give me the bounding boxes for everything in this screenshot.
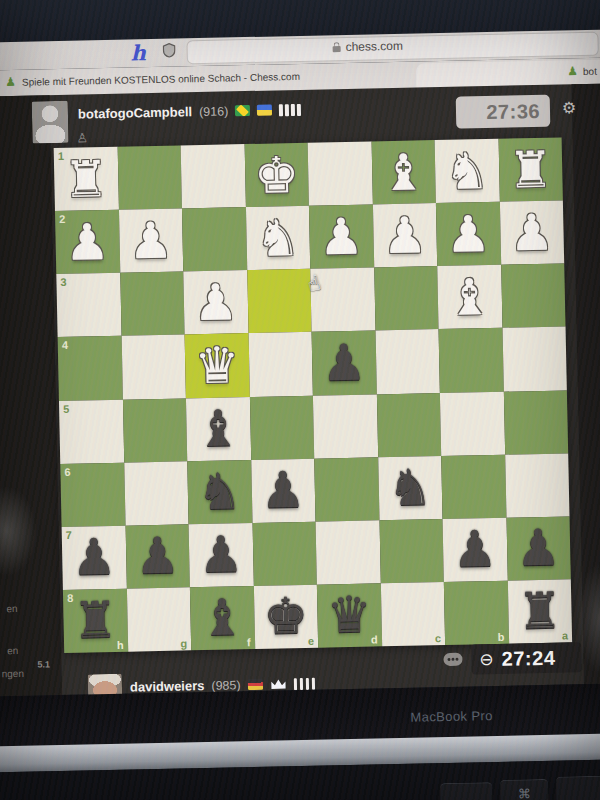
square-c4[interactable]: [375, 329, 440, 393]
shield-icon[interactable]: [162, 43, 175, 62]
square-a2[interactable]: ♟: [499, 201, 564, 265]
rank-label: 5: [63, 402, 69, 414]
black-pawn[interactable]: ♟: [506, 516, 571, 580]
gear-icon[interactable]: ⚙: [562, 98, 577, 117]
top-player-rating: (916): [199, 104, 228, 119]
square-h5[interactable]: 5: [59, 399, 124, 463]
germany-flag-icon: [247, 679, 262, 690]
square-c7[interactable]: [379, 519, 444, 583]
square-g1[interactable]: [117, 145, 182, 209]
square-f2[interactable]: [182, 207, 247, 271]
square-e2[interactable]: ♞: [245, 206, 310, 270]
chess-board: 1♜♚♝♞♜2♟♟♞♟♟♟♟3♟♝4♛♟5♝6♞♟♞7♟♟♟♟♟8h♜gf♝e♚…: [54, 137, 572, 653]
square-c1[interactable]: ♝: [371, 140, 436, 204]
square-g3[interactable]: [120, 272, 185, 336]
white-pawn[interactable]: ♟: [118, 209, 183, 273]
square-b1[interactable]: ♞: [435, 139, 500, 203]
tab-second-content[interactable]: ♟ bot: [567, 65, 597, 78]
square-g6[interactable]: [124, 461, 189, 525]
square-e4[interactable]: [248, 332, 313, 396]
rank-label: 4: [62, 339, 68, 351]
square-f5[interactable]: ♝: [186, 397, 251, 461]
macbook-label: MacBook Pro: [387, 708, 517, 726]
square-h2[interactable]: 2♟: [55, 210, 120, 274]
white-pawn[interactable]: ♟: [499, 201, 564, 265]
square-a4[interactable]: [502, 327, 567, 391]
black-rook[interactable]: ♜: [63, 589, 128, 653]
chess-pawn-favicon: ♟: [567, 65, 578, 77]
square-d2[interactable]: ♟: [309, 205, 374, 269]
square-f4[interactable]: ♛: [185, 333, 250, 397]
square-a1[interactable]: ♜: [498, 137, 563, 201]
brazil-flag-icon: [235, 105, 250, 116]
white-pawn[interactable]: ♟: [183, 270, 248, 334]
square-e5[interactable]: [249, 395, 314, 459]
black-knight[interactable]: ♞: [187, 460, 252, 524]
square-h1[interactable]: 1♜: [54, 147, 119, 211]
square-g2[interactable]: ♟: [118, 209, 183, 273]
file-label: b: [498, 631, 505, 643]
rank-label: 6: [64, 465, 70, 477]
white-pawn-indicator-icon: ♙: [76, 130, 88, 145]
keyboard-key: [440, 782, 493, 800]
square-d5[interactable]: [313, 394, 378, 458]
black-bishop[interactable]: ♝: [190, 586, 255, 650]
crown-icon: [269, 678, 286, 690]
square-d4[interactable]: ♟: [312, 331, 377, 395]
sidebar-item-fragment[interactable]: en: [6, 603, 17, 614]
black-pawn[interactable]: ♟: [251, 458, 316, 522]
white-pawn[interactable]: ♟: [55, 210, 120, 274]
square-h7[interactable]: 7♟: [62, 525, 127, 589]
minus-circle-icon[interactable]: ⊖: [479, 651, 494, 668]
square-e1[interactable]: ♚: [244, 143, 309, 207]
white-bishop[interactable]: ♝: [371, 140, 436, 204]
file-label: g: [180, 637, 187, 649]
black-pawn[interactable]: ♟: [443, 517, 508, 581]
black-knight[interactable]: ♞: [378, 456, 443, 520]
extension-h-icon[interactable]: h: [130, 40, 146, 65]
sidebar-item-fragment[interactable]: en: [7, 645, 18, 656]
tab2-title: bot: [583, 65, 597, 76]
top-player-clock: 27:36: [456, 95, 551, 129]
square-a7[interactable]: ♟: [506, 516, 571, 580]
square-f8[interactable]: f♝: [190, 586, 255, 650]
black-pawn[interactable]: ♟: [125, 524, 190, 588]
square-g7[interactable]: ♟: [125, 524, 190, 588]
black-queen[interactable]: ♛: [317, 583, 382, 647]
black-pawn[interactable]: ♟: [62, 525, 127, 589]
square-d1[interactable]: [308, 141, 373, 205]
square-e8[interactable]: e♚: [253, 585, 318, 649]
chess-pawn-favicon: ♟: [5, 76, 16, 88]
square-a6[interactable]: [505, 453, 570, 517]
square-f7[interactable]: ♟: [189, 523, 254, 587]
square-d6[interactable]: [314, 457, 379, 521]
white-bishop[interactable]: ♝: [437, 265, 502, 329]
url-text: chess.com: [345, 39, 403, 54]
square-f3[interactable]: ♟: [183, 270, 248, 334]
square-b7[interactable]: ♟: [443, 517, 508, 581]
square-f6[interactable]: ♞: [187, 460, 252, 524]
square-b6[interactable]: [441, 454, 506, 518]
square-b5[interactable]: [440, 391, 505, 455]
avatar-top-player[interactable]: [32, 101, 69, 144]
square-d7[interactable]: [316, 520, 381, 584]
rank-label: 3: [60, 276, 66, 288]
square-h3[interactable]: 3: [56, 273, 121, 337]
square-b8[interactable]: b: [444, 581, 509, 645]
square-b4[interactable]: [439, 328, 504, 392]
square-c3[interactable]: [374, 266, 439, 330]
file-label: c: [435, 632, 441, 644]
black-rook[interactable]: ♜: [507, 579, 572, 643]
white-pawn[interactable]: ♟: [309, 205, 374, 269]
square-c2[interactable]: ♟: [372, 203, 437, 267]
square-c8[interactable]: c: [380, 582, 445, 646]
square-e3[interactable]: [247, 269, 312, 333]
square-h4[interactable]: 4: [58, 336, 123, 400]
top-player-name[interactable]: botafogoCampbell: [78, 104, 192, 121]
connection-bars-icon: [293, 677, 315, 689]
sidebar-item-fragment[interactable]: ngen: [2, 668, 24, 679]
move-indicator: 5.1: [37, 659, 50, 669]
white-king[interactable]: ♚: [244, 143, 309, 207]
white-pawn[interactable]: ♟: [372, 203, 437, 267]
square-h8[interactable]: 8h♜: [63, 589, 128, 653]
square-c5[interactable]: [376, 393, 441, 457]
square-a8[interactable]: a♜: [507, 579, 572, 643]
square-e7[interactable]: [252, 521, 317, 585]
black-pawn[interactable]: ♟: [312, 331, 377, 395]
square-c6[interactable]: ♞: [378, 456, 443, 520]
black-king[interactable]: ♚: [253, 585, 318, 649]
white-knight[interactable]: ♞: [245, 206, 310, 270]
lock-icon: [333, 46, 341, 52]
square-b2[interactable]: ♟: [436, 202, 501, 266]
square-d3[interactable]: [310, 268, 375, 332]
ukraine-flag-icon: [257, 105, 272, 116]
url-content: chess.com: [332, 39, 403, 54]
chat-bubble-icon[interactable]: [443, 653, 462, 666]
square-a3[interactable]: [501, 264, 566, 328]
white-rook[interactable]: ♜: [498, 137, 563, 201]
square-g4[interactable]: [121, 335, 186, 399]
screen-tilt-wrapper: h chess.com ♟ Spiele mit Freunden KOSTEN…: [0, 0, 600, 800]
square-e6[interactable]: ♟: [251, 458, 316, 522]
square-h6[interactable]: 6: [60, 462, 125, 526]
square-g8[interactable]: g: [126, 587, 191, 651]
square-f1[interactable]: [181, 144, 246, 208]
white-rook[interactable]: ♜: [54, 147, 119, 211]
bottom-clock-panel: ⊖ 27:24: [471, 642, 582, 674]
keyboard-key: [556, 776, 600, 800]
square-g5[interactable]: [122, 398, 187, 462]
bottom-player-clock: 27:24: [501, 646, 555, 670]
white-knight[interactable]: ♞: [435, 139, 500, 203]
keyboard-key: ⌘: [500, 779, 549, 800]
photo-frame: h chess.com ♟ Spiele mit Freunden KOSTEN…: [0, 0, 600, 800]
white-queen[interactable]: ♛: [185, 333, 250, 397]
bottom-player-rating: (985): [211, 678, 240, 693]
white-pawn[interactable]: ♟: [436, 202, 501, 266]
connection-bars-icon: [279, 103, 301, 115]
black-bishop[interactable]: ♝: [186, 397, 251, 461]
square-a5[interactable]: [503, 390, 568, 454]
black-pawn[interactable]: ♟: [189, 523, 254, 587]
square-d8[interactable]: d♛: [317, 583, 382, 647]
square-b3[interactable]: ♝: [437, 265, 502, 329]
